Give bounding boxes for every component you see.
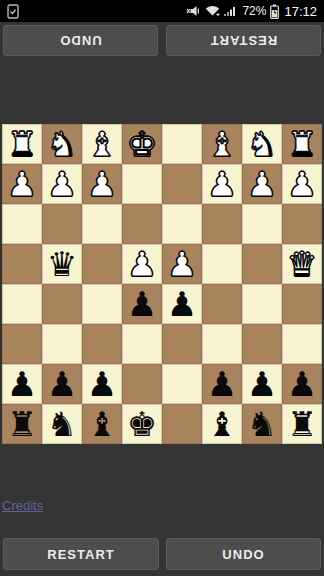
notification-check-icon: [7, 4, 19, 19]
square[interactable]: ♜: [2, 124, 42, 164]
square[interactable]: [42, 324, 82, 364]
square[interactable]: ♝: [82, 404, 122, 444]
white-bishop: ♝: [87, 124, 117, 164]
square[interactable]: [162, 324, 202, 364]
mute-vibrate-icon: [186, 5, 201, 17]
square[interactable]: [162, 364, 202, 404]
black-pawn: ♟: [47, 364, 77, 404]
square[interactable]: [2, 324, 42, 364]
square[interactable]: ♟: [122, 284, 162, 324]
square[interactable]: [2, 244, 42, 284]
white-pawn: ♟: [87, 164, 117, 204]
square[interactable]: [82, 324, 122, 364]
square[interactable]: [202, 284, 242, 324]
black-pawn: ♟: [7, 364, 37, 404]
black-rook: ♜: [287, 404, 317, 444]
square[interactable]: ♟: [162, 284, 202, 324]
square[interactable]: [82, 244, 122, 284]
square[interactable]: [122, 364, 162, 404]
square[interactable]: ♛: [282, 244, 322, 284]
square[interactable]: ♟: [2, 164, 42, 204]
square[interactable]: [162, 124, 202, 164]
square[interactable]: ♟: [202, 364, 242, 404]
black-pawn: ♟: [127, 284, 157, 324]
white-pawn: ♟: [167, 244, 197, 284]
square[interactable]: ♟: [282, 164, 322, 204]
square[interactable]: ♟: [42, 164, 82, 204]
square[interactable]: ♞: [242, 124, 282, 164]
square[interactable]: ♚: [122, 404, 162, 444]
black-knight: ♞: [247, 404, 277, 444]
square[interactable]: ♚: [122, 124, 162, 164]
black-pawn: ♟: [87, 364, 117, 404]
square[interactable]: [122, 324, 162, 364]
square[interactable]: ♞: [42, 124, 82, 164]
square[interactable]: [82, 284, 122, 324]
black-pawn: ♟: [247, 364, 277, 404]
square[interactable]: [122, 164, 162, 204]
square[interactable]: ♝: [82, 124, 122, 164]
black-bishop: ♝: [87, 404, 117, 444]
square[interactable]: ♜: [282, 404, 322, 444]
clock: 17:12: [284, 4, 317, 19]
black-pawn: ♟: [167, 284, 197, 324]
white-pawn: ♟: [7, 164, 37, 204]
white-knight: ♞: [47, 124, 77, 164]
square[interactable]: [242, 324, 282, 364]
square[interactable]: [282, 204, 322, 244]
square[interactable]: [282, 284, 322, 324]
black-pawn: ♟: [207, 364, 237, 404]
credits-link[interactable]: Credits: [2, 498, 43, 513]
square[interactable]: ♞: [42, 404, 82, 444]
square[interactable]: ♜: [282, 124, 322, 164]
undo-button-top[interactable]: UNDO: [3, 25, 158, 56]
battery-charging-icon: [270, 4, 279, 19]
battery-percent: 72%: [242, 0, 266, 22]
square[interactable]: ♜: [2, 404, 42, 444]
square[interactable]: [162, 404, 202, 444]
chess-board: ♜♞♝♚♝♞♜♟♟♟♟♟♟♛♟♟♛♟♟♟♟♟♟♟♟♜♞♝♚♝♞♜: [2, 124, 322, 444]
signal-icon: [224, 5, 238, 17]
square[interactable]: [42, 204, 82, 244]
square[interactable]: ♟: [202, 164, 242, 204]
square[interactable]: [242, 244, 282, 284]
square[interactable]: [202, 244, 242, 284]
black-pawn: ♟: [287, 364, 317, 404]
black-king: ♚: [127, 404, 157, 444]
square[interactable]: [202, 324, 242, 364]
black-knight: ♞: [47, 404, 77, 444]
white-pawn: ♟: [47, 164, 77, 204]
restart-button[interactable]: RESTART: [3, 538, 159, 570]
square[interactable]: ♛: [42, 244, 82, 284]
square[interactable]: [162, 204, 202, 244]
square[interactable]: ♟: [2, 364, 42, 404]
square[interactable]: ♟: [82, 164, 122, 204]
square[interactable]: [162, 164, 202, 204]
white-bishop: ♝: [207, 124, 237, 164]
black-queen: ♛: [47, 244, 77, 284]
white-pawn: ♟: [247, 164, 277, 204]
status-bar: 72% 17:12: [0, 0, 324, 22]
undo-button[interactable]: UNDO: [166, 538, 321, 570]
square[interactable]: [82, 204, 122, 244]
restart-button-top[interactable]: RESTART: [166, 25, 321, 56]
square[interactable]: [42, 284, 82, 324]
square[interactable]: [2, 284, 42, 324]
square[interactable]: [2, 204, 42, 244]
black-rook: ♜: [7, 404, 37, 444]
square[interactable]: [282, 324, 322, 364]
white-pawn: ♟: [287, 164, 317, 204]
square[interactable]: [202, 204, 242, 244]
square[interactable]: [122, 204, 162, 244]
square[interactable]: ♝: [202, 124, 242, 164]
square[interactable]: ♟: [42, 364, 82, 404]
square[interactable]: ♞: [242, 404, 282, 444]
square[interactable]: [242, 284, 282, 324]
white-king: ♚: [127, 124, 157, 164]
square[interactable]: ♟: [282, 364, 322, 404]
square[interactable]: ♟: [82, 364, 122, 404]
white-rook: ♜: [7, 124, 37, 164]
white-pawn: ♟: [127, 244, 157, 284]
square[interactable]: ♟: [242, 164, 282, 204]
white-pawn: ♟: [207, 164, 237, 204]
white-knight: ♞: [247, 124, 277, 164]
white-queen: ♛: [287, 244, 317, 284]
square[interactable]: ♟: [122, 244, 162, 284]
square[interactable]: ♝: [202, 404, 242, 444]
wifi-icon: [205, 5, 220, 17]
square[interactable]: [242, 204, 282, 244]
white-rook: ♜: [287, 124, 317, 164]
black-bishop: ♝: [207, 404, 237, 444]
square[interactable]: ♟: [162, 244, 202, 284]
square[interactable]: ♟: [242, 364, 282, 404]
